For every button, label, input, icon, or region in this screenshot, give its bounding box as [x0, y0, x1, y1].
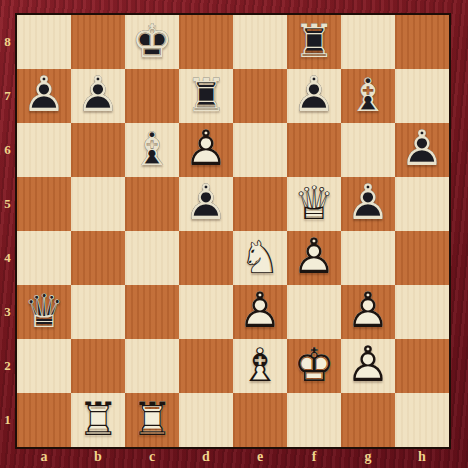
- piece-outline-layer: ♗: [125, 123, 179, 177]
- file-label-e: e: [233, 447, 287, 468]
- square-d6[interactable]: ♟♙: [179, 123, 233, 177]
- square-f2[interactable]: ♚♔: [287, 339, 341, 393]
- black-queen-icon: ♛♕: [17, 285, 71, 339]
- square-b7[interactable]: ♟♙: [71, 69, 125, 123]
- piece-outline-layer: ♔: [287, 339, 341, 393]
- square-f3[interactable]: [287, 285, 341, 339]
- square-c6[interactable]: ♝♗: [125, 123, 179, 177]
- white-rook-icon: ♜♖: [125, 393, 179, 447]
- piece-outline-layer: ♙: [71, 69, 125, 123]
- square-e8[interactable]: [233, 15, 287, 69]
- square-h3[interactable]: [395, 285, 449, 339]
- square-h5[interactable]: [395, 177, 449, 231]
- square-a3[interactable]: ♛♕: [17, 285, 71, 339]
- square-c1[interactable]: ♜♖: [125, 393, 179, 447]
- black-rook-icon: ♜♖: [179, 69, 233, 123]
- square-c3[interactable]: [125, 285, 179, 339]
- rank-label-7: 7: [0, 69, 15, 123]
- rank-label-1: 1: [0, 393, 15, 447]
- rank-label-4: 4: [0, 231, 15, 285]
- chess-diagram: 87654321 ♚♔♜♖♟♙♟♙♜♖♟♙♝♗♝♗♟♙♟♙♟♙♛♕♟♙♞♘♟♙♛…: [0, 0, 468, 468]
- square-g4[interactable]: [341, 231, 395, 285]
- piece-outline-layer: ♙: [341, 339, 395, 393]
- white-pawn-icon: ♟♙: [287, 231, 341, 285]
- file-label-g: g: [341, 447, 395, 468]
- white-pawn-icon: ♟♙: [341, 285, 395, 339]
- square-f4[interactable]: ♟♙: [287, 231, 341, 285]
- piece-outline-layer: ♕: [287, 177, 341, 231]
- black-pawn-icon: ♟♙: [287, 69, 341, 123]
- file-label-h: h: [395, 447, 449, 468]
- square-a8[interactable]: [17, 15, 71, 69]
- file-label-a: a: [17, 447, 71, 468]
- piece-outline-layer: ♗: [341, 69, 395, 123]
- square-c8[interactable]: ♚♔: [125, 15, 179, 69]
- file-label-f: f: [287, 447, 341, 468]
- square-d3[interactable]: [179, 285, 233, 339]
- piece-outline-layer: ♙: [287, 231, 341, 285]
- white-pawn-icon: ♟♙: [341, 339, 395, 393]
- square-f1[interactable]: [287, 393, 341, 447]
- rank-labels: 87654321: [0, 15, 15, 447]
- square-b8[interactable]: [71, 15, 125, 69]
- black-rook-icon: ♜♖: [287, 15, 341, 69]
- square-d4[interactable]: [179, 231, 233, 285]
- square-b4[interactable]: [71, 231, 125, 285]
- piece-outline-layer: ♗: [233, 339, 287, 393]
- square-g5[interactable]: ♟♙: [341, 177, 395, 231]
- rank-label-3: 3: [0, 285, 15, 339]
- file-label-c: c: [125, 447, 179, 468]
- piece-outline-layer: ♕: [17, 285, 71, 339]
- square-b2[interactable]: [71, 339, 125, 393]
- black-pawn-icon: ♟♙: [341, 177, 395, 231]
- square-a1[interactable]: [17, 393, 71, 447]
- square-g1[interactable]: [341, 393, 395, 447]
- square-e3[interactable]: ♟♙: [233, 285, 287, 339]
- black-king-icon: ♚♔: [125, 15, 179, 69]
- board-frame: ♚♔♜♖♟♙♟♙♜♖♟♙♝♗♝♗♟♙♟♙♟♙♛♕♟♙♞♘♟♙♛♕♟♙♟♙♝♗♚♔…: [15, 13, 451, 449]
- square-g2[interactable]: ♟♙: [341, 339, 395, 393]
- square-d8[interactable]: [179, 15, 233, 69]
- white-queen-icon: ♛♕: [287, 177, 341, 231]
- black-pawn-icon: ♟♙: [71, 69, 125, 123]
- square-h8[interactable]: [395, 15, 449, 69]
- chessboard: ♚♔♜♖♟♙♟♙♜♖♟♙♝♗♝♗♟♙♟♙♟♙♛♕♟♙♞♘♟♙♛♕♟♙♟♙♝♗♚♔…: [17, 15, 449, 447]
- square-e2[interactable]: ♝♗: [233, 339, 287, 393]
- piece-outline-layer: ♙: [233, 285, 287, 339]
- piece-outline-layer: ♙: [287, 69, 341, 123]
- file-label-d: d: [179, 447, 233, 468]
- white-knight-icon: ♞♘: [233, 231, 287, 285]
- file-labels: abcdefgh: [17, 447, 449, 468]
- file-label-b: b: [71, 447, 125, 468]
- piece-outline-layer: ♙: [341, 177, 395, 231]
- square-b3[interactable]: [71, 285, 125, 339]
- black-pawn-icon: ♟♙: [395, 123, 449, 177]
- square-f8[interactable]: ♜♖: [287, 15, 341, 69]
- square-e6[interactable]: [233, 123, 287, 177]
- piece-outline-layer: ♖: [287, 15, 341, 69]
- square-d1[interactable]: [179, 393, 233, 447]
- square-d5[interactable]: ♟♙: [179, 177, 233, 231]
- white-pawn-icon: ♟♙: [233, 285, 287, 339]
- white-bishop-icon: ♝♗: [233, 339, 287, 393]
- square-f7[interactable]: ♟♙: [287, 69, 341, 123]
- square-g8[interactable]: [341, 15, 395, 69]
- square-b6[interactable]: [71, 123, 125, 177]
- square-a5[interactable]: [17, 177, 71, 231]
- square-g3[interactable]: ♟♙: [341, 285, 395, 339]
- square-b1[interactable]: ♜♖: [71, 393, 125, 447]
- rank-label-8: 8: [0, 15, 15, 69]
- square-d2[interactable]: [179, 339, 233, 393]
- square-c2[interactable]: [125, 339, 179, 393]
- piece-outline-layer: ♔: [125, 15, 179, 69]
- square-h7[interactable]: [395, 69, 449, 123]
- square-a4[interactable]: [17, 231, 71, 285]
- piece-outline-layer: ♘: [233, 231, 287, 285]
- square-c7[interactable]: [125, 69, 179, 123]
- square-f6[interactable]: [287, 123, 341, 177]
- piece-outline-layer: ♖: [125, 393, 179, 447]
- square-c4[interactable]: [125, 231, 179, 285]
- square-h4[interactable]: [395, 231, 449, 285]
- piece-outline-layer: ♙: [179, 177, 233, 231]
- square-h6[interactable]: ♟♙: [395, 123, 449, 177]
- black-bishop-icon: ♝♗: [341, 69, 395, 123]
- black-bishop-icon: ♝♗: [125, 123, 179, 177]
- piece-outline-layer: ♙: [179, 123, 233, 177]
- square-h1[interactable]: [395, 393, 449, 447]
- square-a2[interactable]: [17, 339, 71, 393]
- black-pawn-icon: ♟♙: [17, 69, 71, 123]
- rank-label-5: 5: [0, 177, 15, 231]
- piece-outline-layer: ♖: [179, 69, 233, 123]
- square-e4[interactable]: ♞♘: [233, 231, 287, 285]
- white-king-icon: ♚♔: [287, 339, 341, 393]
- piece-outline-layer: ♙: [341, 285, 395, 339]
- square-h2[interactable]: [395, 339, 449, 393]
- piece-outline-layer: ♙: [395, 123, 449, 177]
- square-e1[interactable]: [233, 393, 287, 447]
- square-a7[interactable]: ♟♙: [17, 69, 71, 123]
- square-g6[interactable]: [341, 123, 395, 177]
- square-d7[interactable]: ♜♖: [179, 69, 233, 123]
- square-b5[interactable]: [71, 177, 125, 231]
- square-c5[interactable]: [125, 177, 179, 231]
- piece-outline-layer: ♖: [71, 393, 125, 447]
- square-a6[interactable]: [17, 123, 71, 177]
- black-pawn-icon: ♟♙: [179, 177, 233, 231]
- white-rook-icon: ♜♖: [71, 393, 125, 447]
- rank-label-6: 6: [0, 123, 15, 177]
- rank-label-2: 2: [0, 339, 15, 393]
- square-f5[interactable]: ♛♕: [287, 177, 341, 231]
- white-pawn-icon: ♟♙: [179, 123, 233, 177]
- square-e7[interactable]: [233, 69, 287, 123]
- square-g7[interactable]: ♝♗: [341, 69, 395, 123]
- square-e5[interactable]: [233, 177, 287, 231]
- piece-outline-layer: ♙: [17, 69, 71, 123]
